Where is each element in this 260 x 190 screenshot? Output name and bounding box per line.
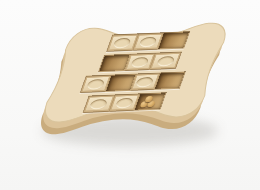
block-dimple xyxy=(115,97,135,108)
block-dimple xyxy=(130,56,150,67)
open-compartment xyxy=(159,32,189,48)
treat-compartment xyxy=(135,93,165,109)
block-dimple xyxy=(135,76,155,87)
track-row-2 xyxy=(98,52,182,73)
block-dimple xyxy=(113,37,133,48)
track-row-3 xyxy=(80,71,186,93)
board-tracks xyxy=(37,20,233,125)
block-dimple xyxy=(89,98,109,109)
block-dimple xyxy=(86,78,106,89)
block-dimple xyxy=(138,36,158,47)
open-compartment xyxy=(155,72,184,88)
sliding-block[interactable] xyxy=(151,53,181,69)
track-row-4 xyxy=(83,92,167,113)
track-row-1 xyxy=(106,31,190,52)
product-photo xyxy=(0,0,260,190)
block-dimple xyxy=(156,55,176,66)
